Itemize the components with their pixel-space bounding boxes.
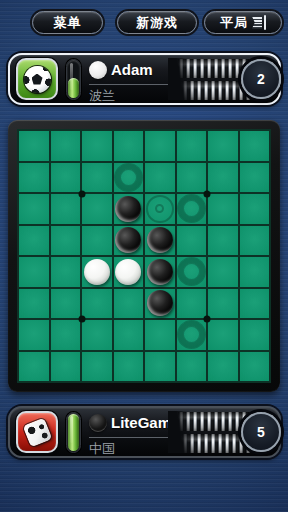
new-game-button-label: 新游戏 [136, 14, 178, 32]
board-cell-r3c7[interactable] [240, 226, 270, 256]
score-value-top: 2 [257, 71, 265, 87]
board-cell-r5c1[interactable] [51, 289, 81, 319]
board-cell-r2c0[interactable] [19, 194, 49, 224]
black-disc [115, 196, 141, 222]
board-cell-r1c1[interactable] [51, 163, 81, 193]
board-cell-r3c6[interactable] [208, 226, 238, 256]
board-cell-r2c7[interactable] [240, 194, 270, 224]
board-cell-r7c7[interactable] [240, 352, 270, 382]
board-cell-r1c3[interactable] [114, 163, 144, 193]
board-cell-r4c3[interactable] [114, 257, 144, 287]
board-cell-r5c0[interactable] [19, 289, 49, 319]
star-point [203, 190, 210, 197]
board-cell-r5c6[interactable] [208, 289, 238, 319]
star-point [78, 190, 85, 197]
black-disc [115, 227, 141, 253]
board-cell-r1c7[interactable] [240, 163, 270, 193]
timer-capsule-bottom [66, 412, 81, 453]
player-bar-bottom: LiteGames 中国 5 [8, 406, 281, 458]
timer-capsule-top [66, 59, 81, 100]
board-cell-r6c1[interactable] [51, 320, 81, 350]
board-cell-r6c3[interactable] [114, 320, 144, 350]
white-disc [115, 259, 141, 285]
board-cell-r6c0[interactable] [19, 320, 49, 350]
board-cell-r7c3[interactable] [114, 352, 144, 382]
board-cell-r6c2[interactable] [82, 320, 112, 350]
board-cell-r3c2[interactable] [82, 226, 112, 256]
black-disc [147, 259, 173, 285]
board-cell-r1c6[interactable] [208, 163, 238, 193]
board-cell-r0c3[interactable] [114, 131, 144, 161]
board-cell-r2c2[interactable] [82, 194, 112, 224]
board-cell-r0c7[interactable] [240, 131, 270, 161]
legal-move-hint [178, 195, 205, 222]
board-cell-r7c4[interactable] [145, 352, 175, 382]
board-cell-r2c4[interactable] [145, 194, 175, 224]
board-cell-r4c0[interactable] [19, 257, 49, 287]
offer-draw-button[interactable]: 平局 [204, 11, 282, 34]
reversi-app: 菜单 新游戏 平局 Adam 波兰 2 [0, 0, 288, 512]
player-disc-icon-top [89, 61, 107, 79]
board-cell-r7c1[interactable] [51, 352, 81, 382]
white-disc [84, 259, 110, 285]
board-cell-r4c5[interactable] [177, 257, 207, 287]
timer-fill-bottom [68, 414, 79, 451]
board-cell-r2c1[interactable] [51, 194, 81, 224]
board-cell-r4c6[interactable] [208, 257, 238, 287]
player-separator-bottom [89, 437, 172, 438]
board-cell-r3c4[interactable] [145, 226, 175, 256]
player-disc-icon-bottom [89, 414, 107, 432]
legal-move-hint [115, 164, 142, 191]
board-cell-r5c7[interactable] [240, 289, 270, 319]
player-separator-top [89, 84, 172, 85]
player-avatar-bottom [16, 411, 58, 453]
board-cell-r6c5[interactable] [177, 320, 207, 350]
board-cell-r3c0[interactable] [19, 226, 49, 256]
legal-move-hint [146, 195, 174, 223]
board-cell-r6c6[interactable] [208, 320, 238, 350]
legal-move-hint [178, 321, 205, 348]
star-point [203, 315, 210, 322]
board-cell-r2c6[interactable] [208, 194, 238, 224]
black-disc [147, 290, 173, 316]
board-cell-r0c4[interactable] [145, 131, 175, 161]
score-value-bottom: 5 [257, 424, 265, 440]
board-cell-r3c1[interactable] [51, 226, 81, 256]
board-cell-r7c5[interactable] [177, 352, 207, 382]
board-cell-r3c3[interactable] [114, 226, 144, 256]
board-cell-r6c4[interactable] [145, 320, 175, 350]
player-bar-top: Adam 波兰 2 [8, 53, 281, 105]
board-grid [17, 129, 271, 383]
player-avatar-top [16, 58, 58, 100]
board-cell-r5c4[interactable] [145, 289, 175, 319]
score-badge-top: 2 [241, 59, 281, 99]
dice-icon [22, 417, 52, 447]
board-cell-r1c5[interactable] [177, 163, 207, 193]
board-cell-r1c4[interactable] [145, 163, 175, 193]
board-cell-r7c6[interactable] [208, 352, 238, 382]
player-country-top: 波兰 [89, 87, 115, 105]
board-cell-r2c5[interactable] [177, 194, 207, 224]
timer-fill-top [68, 78, 79, 98]
board-cell-r4c2[interactable] [82, 257, 112, 287]
board-cell-r0c1[interactable] [51, 131, 81, 161]
toolbar: 菜单 新游戏 平局 [0, 11, 288, 35]
board-cell-r0c0[interactable] [19, 131, 49, 161]
board-cell-r2c3[interactable] [114, 194, 144, 224]
board-cell-r5c2[interactable] [82, 289, 112, 319]
board-cell-r3c5[interactable] [177, 226, 207, 256]
board-cell-r4c4[interactable] [145, 257, 175, 287]
soccer-ball-icon [24, 66, 51, 93]
board-cell-r5c3[interactable] [114, 289, 144, 319]
board-cell-r4c1[interactable] [51, 257, 81, 287]
new-game-button[interactable]: 新游戏 [117, 11, 197, 34]
board-cell-r5c5[interactable] [177, 289, 207, 319]
legal-move-hint [178, 258, 205, 285]
board-cell-r7c0[interactable] [19, 352, 49, 382]
score-badge-bottom: 5 [241, 412, 281, 452]
draw-flag-icon [252, 15, 266, 30]
board-cell-r0c6[interactable] [208, 131, 238, 161]
board-cell-r7c2[interactable] [82, 352, 112, 382]
reversi-board [8, 120, 280, 392]
board-cell-r1c2[interactable] [82, 163, 112, 193]
board-cell-r0c2[interactable] [82, 131, 112, 161]
black-disc [147, 227, 173, 253]
board-cell-r4c7[interactable] [240, 257, 270, 287]
offer-draw-button-label: 平局 [220, 14, 248, 32]
menu-button[interactable]: 菜单 [32, 11, 103, 34]
board-cell-r0c5[interactable] [177, 131, 207, 161]
star-point [78, 315, 85, 322]
menu-button-label: 菜单 [54, 14, 82, 32]
player-name-top: Adam [111, 61, 153, 78]
board-cell-r1c0[interactable] [19, 163, 49, 193]
board-cell-r6c7[interactable] [240, 320, 270, 350]
player-country-bottom: 中国 [89, 440, 115, 458]
